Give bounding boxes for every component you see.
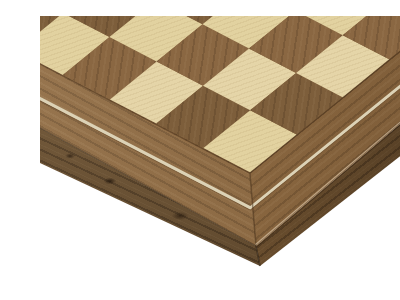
chessboard-photo-stage: Corner view of an empty wooden chessboar… <box>40 16 400 300</box>
